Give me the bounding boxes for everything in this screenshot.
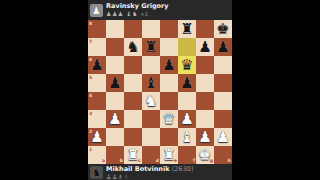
file-label-c: c [138, 158, 141, 163]
white-pawn-h2[interactable]: ♟ [214, 128, 232, 146]
rank-label-2: 2 [89, 129, 92, 134]
black-king-h8[interactable]: ♚ [214, 20, 232, 38]
white-pawn-g2[interactable]: ♟ [196, 128, 214, 146]
square-b7[interactable] [106, 38, 124, 56]
square-a5[interactable]: 5 [88, 74, 106, 92]
rank-label-8: 8 [89, 21, 92, 26]
square-e3[interactable]: ♛ [160, 110, 178, 128]
square-d5[interactable]: ♝ [142, 74, 160, 92]
square-g3[interactable] [196, 110, 214, 128]
rank-label-3: 3 [89, 111, 92, 116]
square-d1[interactable]: d [142, 146, 160, 164]
white-bishop-f2[interactable]: ♝ [178, 128, 196, 146]
top-captured-tray: ♟♟♟ ♝♞ +1 [106, 10, 169, 18]
square-d3[interactable] [142, 110, 160, 128]
square-h4[interactable] [214, 92, 232, 110]
square-f4[interactable] [178, 92, 196, 110]
square-d2[interactable] [142, 128, 160, 146]
square-b6[interactable] [106, 56, 124, 74]
square-c7[interactable]: ♞ [124, 38, 142, 56]
square-e8[interactable] [160, 20, 178, 38]
square-f1[interactable]: f [178, 146, 196, 164]
square-e7[interactable] [160, 38, 178, 56]
square-h1[interactable]: h [214, 146, 232, 164]
bottom-player-rating: (2630) [172, 165, 194, 173]
square-g2[interactable]: ♟ [196, 128, 214, 146]
square-e1[interactable]: e♜ [160, 146, 178, 164]
square-b4[interactable] [106, 92, 124, 110]
white-queen-e3[interactable]: ♛ [160, 110, 178, 128]
square-f6[interactable]: ♛ [178, 56, 196, 74]
bottom-player-avatar: ♞ [90, 166, 103, 179]
square-g4[interactable] [196, 92, 214, 110]
bottom-player-name: Mikhail Botvinnik (2630) [106, 165, 193, 173]
square-f7[interactable] [178, 38, 196, 56]
file-label-a: a [102, 158, 105, 163]
square-b1[interactable]: b [106, 146, 124, 164]
square-f5[interactable]: ♟ [178, 74, 196, 92]
square-g6[interactable] [196, 56, 214, 74]
square-a8[interactable]: 8 [88, 20, 106, 38]
white-pawn-b3[interactable]: ♟ [106, 110, 124, 128]
square-h5[interactable] [214, 74, 232, 92]
file-label-e: e [174, 158, 177, 163]
black-pawn-e6[interactable]: ♟ [160, 56, 178, 74]
black-knight-c7[interactable]: ♞ [124, 38, 142, 56]
square-e2[interactable] [160, 128, 178, 146]
file-label-d: d [156, 158, 159, 163]
square-a6[interactable]: 6♟ [88, 56, 106, 74]
top-player-avatar: ♟ [90, 4, 103, 17]
chess-video-frame: ♟ Ravinsky Grigory ♟♟♟ ♝♞ +1 8♜♚7♞♜♟♟6♟♟… [88, 0, 232, 180]
square-b8[interactable] [106, 20, 124, 38]
bottom-player-info: Mikhail Botvinnik (2630) ♙♙♗♘ [106, 165, 193, 180]
black-pawn-g7[interactable]: ♟ [196, 38, 214, 56]
square-a7[interactable]: 7 [88, 38, 106, 56]
file-label-g: g [210, 158, 213, 163]
rank-label-7: 7 [89, 39, 92, 44]
square-c2[interactable] [124, 128, 142, 146]
rank-label-6: 6 [89, 57, 92, 62]
black-pawn-h7[interactable]: ♟ [214, 38, 232, 56]
black-pawn-b5[interactable]: ♟ [106, 74, 124, 92]
black-rook-f8[interactable]: ♜ [178, 20, 196, 38]
screenshot-root: ♟ Ravinsky Grigory ♟♟♟ ♝♞ +1 8♜♚7♞♜♟♟6♟♟… [0, 0, 320, 180]
square-c5[interactable] [124, 74, 142, 92]
square-g8[interactable] [196, 20, 214, 38]
rank-label-1: 1 [89, 147, 92, 152]
square-a3[interactable]: 3 [88, 110, 106, 128]
square-h7[interactable]: ♟ [214, 38, 232, 56]
rank-label-4: 4 [89, 93, 92, 98]
bottom-captured-tray: ♙♙♗♘ [106, 173, 193, 180]
top-player-info: Ravinsky Grigory ♟♟♟ ♝♞ +1 [106, 2, 169, 18]
square-b3[interactable]: ♟ [106, 110, 124, 128]
square-g1[interactable]: g♚ [196, 146, 214, 164]
file-label-f: f [193, 158, 195, 163]
square-f2[interactable]: ♝ [178, 128, 196, 146]
square-c8[interactable] [124, 20, 142, 38]
square-b5[interactable]: ♟ [106, 74, 124, 92]
letterbox-right [232, 0, 320, 180]
square-g7[interactable]: ♟ [196, 38, 214, 56]
square-e5[interactable] [160, 74, 178, 92]
square-a2[interactable]: 2♟ [88, 128, 106, 146]
square-c4[interactable] [124, 92, 142, 110]
square-d8[interactable] [142, 20, 160, 38]
square-d6[interactable] [142, 56, 160, 74]
square-h2[interactable]: ♟ [214, 128, 232, 146]
rank-label-5: 5 [89, 75, 92, 80]
square-c6[interactable] [124, 56, 142, 74]
top-player-name: Ravinsky Grigory [106, 2, 169, 10]
bottom-player-bar: ♞ Mikhail Botvinnik (2630) ♙♙♗♘ [88, 164, 232, 180]
square-h3[interactable] [214, 110, 232, 128]
black-queen-f6[interactable]: ♛ [178, 56, 196, 74]
square-c3[interactable] [124, 110, 142, 128]
letterbox-left [0, 0, 88, 180]
black-rook-d7[interactable]: ♜ [142, 38, 160, 56]
square-d7[interactable]: ♜ [142, 38, 160, 56]
square-f8[interactable]: ♜ [178, 20, 196, 38]
white-pawn-f3[interactable]: ♟ [178, 110, 196, 128]
file-label-h: h [228, 158, 231, 163]
top-captured-pieces: ♟♟♟ ♝♞ [106, 10, 138, 17]
square-e4[interactable] [160, 92, 178, 110]
square-f3[interactable]: ♟ [178, 110, 196, 128]
white-knight-d4[interactable]: ♞ [142, 92, 160, 110]
bottom-captured-pieces: ♙♙♗♘ [106, 173, 130, 180]
black-pawn-f5[interactable]: ♟ [178, 74, 196, 92]
chess-board: 8♜♚7♞♜♟♟6♟♟♛5♟♝♟4♞3♟♛♟2♟♝♟♟1abc♜de♜fg♚h [88, 20, 232, 164]
black-bishop-d5[interactable]: ♝ [142, 74, 160, 92]
square-a4[interactable]: 4 [88, 92, 106, 110]
square-h6[interactable] [214, 56, 232, 74]
top-material-advantage: +1 [140, 11, 148, 17]
square-g5[interactable] [196, 74, 214, 92]
square-e6[interactable]: ♟ [160, 56, 178, 74]
square-c1[interactable]: c♜ [124, 146, 142, 164]
square-a1[interactable]: 1a [88, 146, 106, 164]
top-player-bar: ♟ Ravinsky Grigory ♟♟♟ ♝♞ +1 [88, 0, 232, 20]
square-h8[interactable]: ♚ [214, 20, 232, 38]
square-d4[interactable]: ♞ [142, 92, 160, 110]
file-label-b: b [120, 158, 123, 163]
square-b2[interactable] [106, 128, 124, 146]
